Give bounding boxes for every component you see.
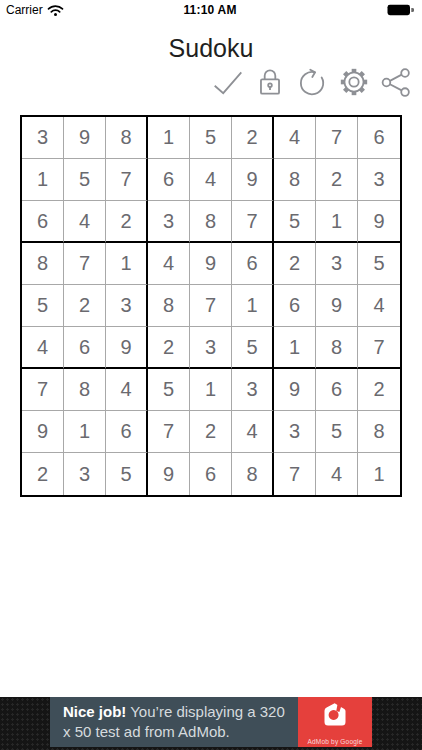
- cell-r8c7[interactable]: 3: [274, 411, 316, 453]
- cell-r6c3[interactable]: 9: [106, 327, 148, 369]
- cell-r9c4[interactable]: 9: [148, 453, 190, 495]
- cell-r6c4[interactable]: 2: [148, 327, 190, 369]
- cell-r6c9[interactable]: 7: [358, 327, 400, 369]
- cell-r6c2[interactable]: 6: [64, 327, 106, 369]
- cell-r5c7[interactable]: 6: [274, 285, 316, 327]
- cell-r6c5[interactable]: 3: [190, 327, 232, 369]
- cell-r9c2[interactable]: 3: [64, 453, 106, 495]
- lock-icon: [253, 65, 287, 99]
- cell-r2c4[interactable]: 6: [148, 159, 190, 201]
- sudoku-board: 3981524761576498236423875198714962355238…: [20, 115, 402, 497]
- cell-r9c9[interactable]: 1: [358, 453, 400, 495]
- toolbar: [0, 62, 422, 100]
- cell-r5c5[interactable]: 7: [190, 285, 232, 327]
- cell-r6c8[interactable]: 8: [316, 327, 358, 369]
- cell-r2c7[interactable]: 8: [274, 159, 316, 201]
- cell-r3c9[interactable]: 9: [358, 201, 400, 243]
- cell-r5c8[interactable]: 9: [316, 285, 358, 327]
- cell-r2c6[interactable]: 9: [232, 159, 274, 201]
- cell-r5c4[interactable]: 8: [148, 285, 190, 327]
- wifi-icon: [47, 4, 64, 16]
- cell-r2c8[interactable]: 2: [316, 159, 358, 201]
- cell-r9c7[interactable]: 7: [274, 453, 316, 495]
- ad-banner[interactable]: Nice job! You’re displaying a 320 x 50 t…: [50, 697, 298, 747]
- cell-r5c9[interactable]: 4: [358, 285, 400, 327]
- cell-r7c2[interactable]: 8: [64, 369, 106, 411]
- check-icon: [211, 65, 245, 99]
- cell-r6c7[interactable]: 1: [274, 327, 316, 369]
- cell-r2c5[interactable]: 4: [190, 159, 232, 201]
- share-button[interactable]: [377, 64, 414, 100]
- cell-r3c4[interactable]: 3: [148, 201, 190, 243]
- cell-r7c5[interactable]: 1: [190, 369, 232, 411]
- cell-r7c9[interactable]: 2: [358, 369, 400, 411]
- cell-r8c8[interactable]: 5: [316, 411, 358, 453]
- check-button[interactable]: [209, 64, 246, 100]
- cell-r7c3[interactable]: 4: [106, 369, 148, 411]
- cell-r7c1[interactable]: 7: [22, 369, 64, 411]
- cell-r9c1[interactable]: 2: [22, 453, 64, 495]
- battery-icon: [387, 4, 414, 16]
- cell-r5c6[interactable]: 1: [232, 285, 274, 327]
- lock-button[interactable]: [251, 64, 288, 100]
- cell-r6c6[interactable]: 5: [232, 327, 274, 369]
- cell-r1c9[interactable]: 6: [358, 117, 400, 159]
- cell-r1c3[interactable]: 8: [106, 117, 148, 159]
- cell-r8c9[interactable]: 8: [358, 411, 400, 453]
- restart-icon: [295, 65, 329, 99]
- cell-r8c6[interactable]: 4: [232, 411, 274, 453]
- cell-r5c3[interactable]: 3: [106, 285, 148, 327]
- cell-r1c1[interactable]: 3: [22, 117, 64, 159]
- cell-r8c1[interactable]: 9: [22, 411, 64, 453]
- cell-r4c8[interactable]: 3: [316, 243, 358, 285]
- settings-gear-icon: [337, 65, 371, 99]
- cell-r9c3[interactable]: 5: [106, 453, 148, 495]
- cell-r4c3[interactable]: 1: [106, 243, 148, 285]
- cell-r9c8[interactable]: 4: [316, 453, 358, 495]
- ad-strip: Nice job! You’re displaying a 320 x 50 t…: [0, 697, 422, 750]
- cell-r4c1[interactable]: 8: [22, 243, 64, 285]
- carrier-label: Carrier: [6, 3, 43, 17]
- cell-r8c3[interactable]: 6: [106, 411, 148, 453]
- status-bar: Carrier 11:10 AM: [0, 0, 422, 20]
- cell-r2c2[interactable]: 5: [64, 159, 106, 201]
- cell-r1c7[interactable]: 4: [274, 117, 316, 159]
- cell-r9c5[interactable]: 6: [190, 453, 232, 495]
- cell-r5c2[interactable]: 2: [64, 285, 106, 327]
- cell-r1c8[interactable]: 7: [316, 117, 358, 159]
- cell-r1c4[interactable]: 1: [148, 117, 190, 159]
- cell-r8c4[interactable]: 7: [148, 411, 190, 453]
- cell-r7c7[interactable]: 9: [274, 369, 316, 411]
- cell-r5c1[interactable]: 5: [22, 285, 64, 327]
- cell-r2c3[interactable]: 7: [106, 159, 148, 201]
- settings-button[interactable]: [335, 64, 372, 100]
- clock: 11:10 AM: [183, 3, 236, 17]
- page-title: Sudoku: [0, 34, 422, 62]
- cell-r4c9[interactable]: 5: [358, 243, 400, 285]
- app-screen: Carrier 11:10 AM Sudoku: [0, 0, 422, 750]
- cell-r1c5[interactable]: 5: [190, 117, 232, 159]
- cell-r3c3[interactable]: 2: [106, 201, 148, 243]
- cell-r6c1[interactable]: 4: [22, 327, 64, 369]
- cell-r4c6[interactable]: 6: [232, 243, 274, 285]
- share-icon: [379, 65, 413, 99]
- cell-r3c2[interactable]: 4: [64, 201, 106, 243]
- cell-r7c8[interactable]: 6: [316, 369, 358, 411]
- ad-headline: Nice job!: [63, 703, 126, 720]
- cell-r9c6[interactable]: 8: [232, 453, 274, 495]
- cell-r1c2[interactable]: 9: [64, 117, 106, 159]
- cell-r3c1[interactable]: 6: [22, 201, 64, 243]
- cell-r2c1[interactable]: 1: [22, 159, 64, 201]
- cell-r4c7[interactable]: 2: [274, 243, 316, 285]
- cell-r7c4[interactable]: 5: [148, 369, 190, 411]
- admob-logo-icon: [321, 701, 349, 729]
- restart-button[interactable]: [293, 64, 330, 100]
- cell-r3c8[interactable]: 1: [316, 201, 358, 243]
- cell-r7c6[interactable]: 3: [232, 369, 274, 411]
- cell-r1c6[interactable]: 2: [232, 117, 274, 159]
- admob-caption: AdMob by Google: [298, 738, 372, 745]
- cell-r3c6[interactable]: 7: [232, 201, 274, 243]
- cell-r8c2[interactable]: 1: [64, 411, 106, 453]
- cell-r3c7[interactable]: 5: [274, 201, 316, 243]
- cell-r2c9[interactable]: 3: [358, 159, 400, 201]
- ad-text: Nice job! You’re displaying a 320 x 50 t…: [50, 697, 295, 742]
- admob-logo-block[interactable]: AdMob by Google: [298, 697, 372, 747]
- cell-r3c5[interactable]: 8: [190, 201, 232, 243]
- cell-r8c5[interactable]: 2: [190, 411, 232, 453]
- cell-r4c5[interactable]: 9: [190, 243, 232, 285]
- cell-r4c2[interactable]: 7: [64, 243, 106, 285]
- cell-r4c4[interactable]: 4: [148, 243, 190, 285]
